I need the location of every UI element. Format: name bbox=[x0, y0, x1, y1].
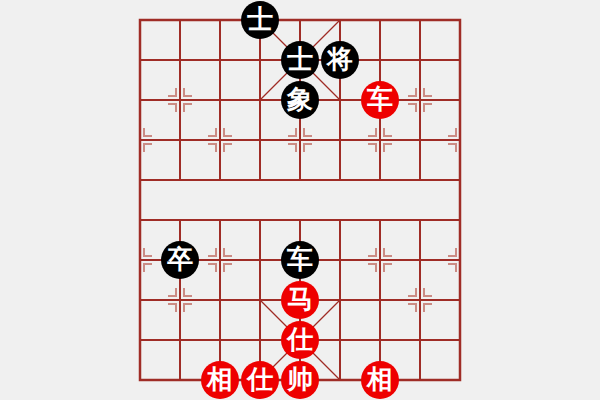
piece-black-advisor[interactable]: 士 bbox=[241, 1, 279, 39]
piece-grid: 士士将象车卒车马仕相仕帅相 bbox=[120, 0, 480, 400]
piece-red-general[interactable]: 帅 bbox=[281, 361, 319, 399]
xiangqi-screen: 士士将象车卒车马仕相仕帅相 bbox=[0, 0, 600, 400]
piece-red-elephant[interactable]: 相 bbox=[201, 361, 239, 399]
piece-black-chariot[interactable]: 车 bbox=[281, 241, 319, 279]
piece-black-elephant[interactable]: 象 bbox=[281, 81, 319, 119]
piece-red-chariot[interactable]: 车 bbox=[361, 81, 399, 119]
piece-red-horse[interactable]: 马 bbox=[281, 281, 319, 319]
piece-red-elephant[interactable]: 相 bbox=[361, 361, 399, 399]
piece-red-advisor[interactable]: 仕 bbox=[281, 321, 319, 359]
piece-red-advisor[interactable]: 仕 bbox=[241, 361, 279, 399]
piece-black-advisor[interactable]: 士 bbox=[281, 41, 319, 79]
xiangqi-board[interactable]: 士士将象车卒车马仕相仕帅相 bbox=[0, 0, 600, 400]
piece-black-general[interactable]: 将 bbox=[321, 41, 359, 79]
piece-black-soldier[interactable]: 卒 bbox=[161, 241, 199, 279]
